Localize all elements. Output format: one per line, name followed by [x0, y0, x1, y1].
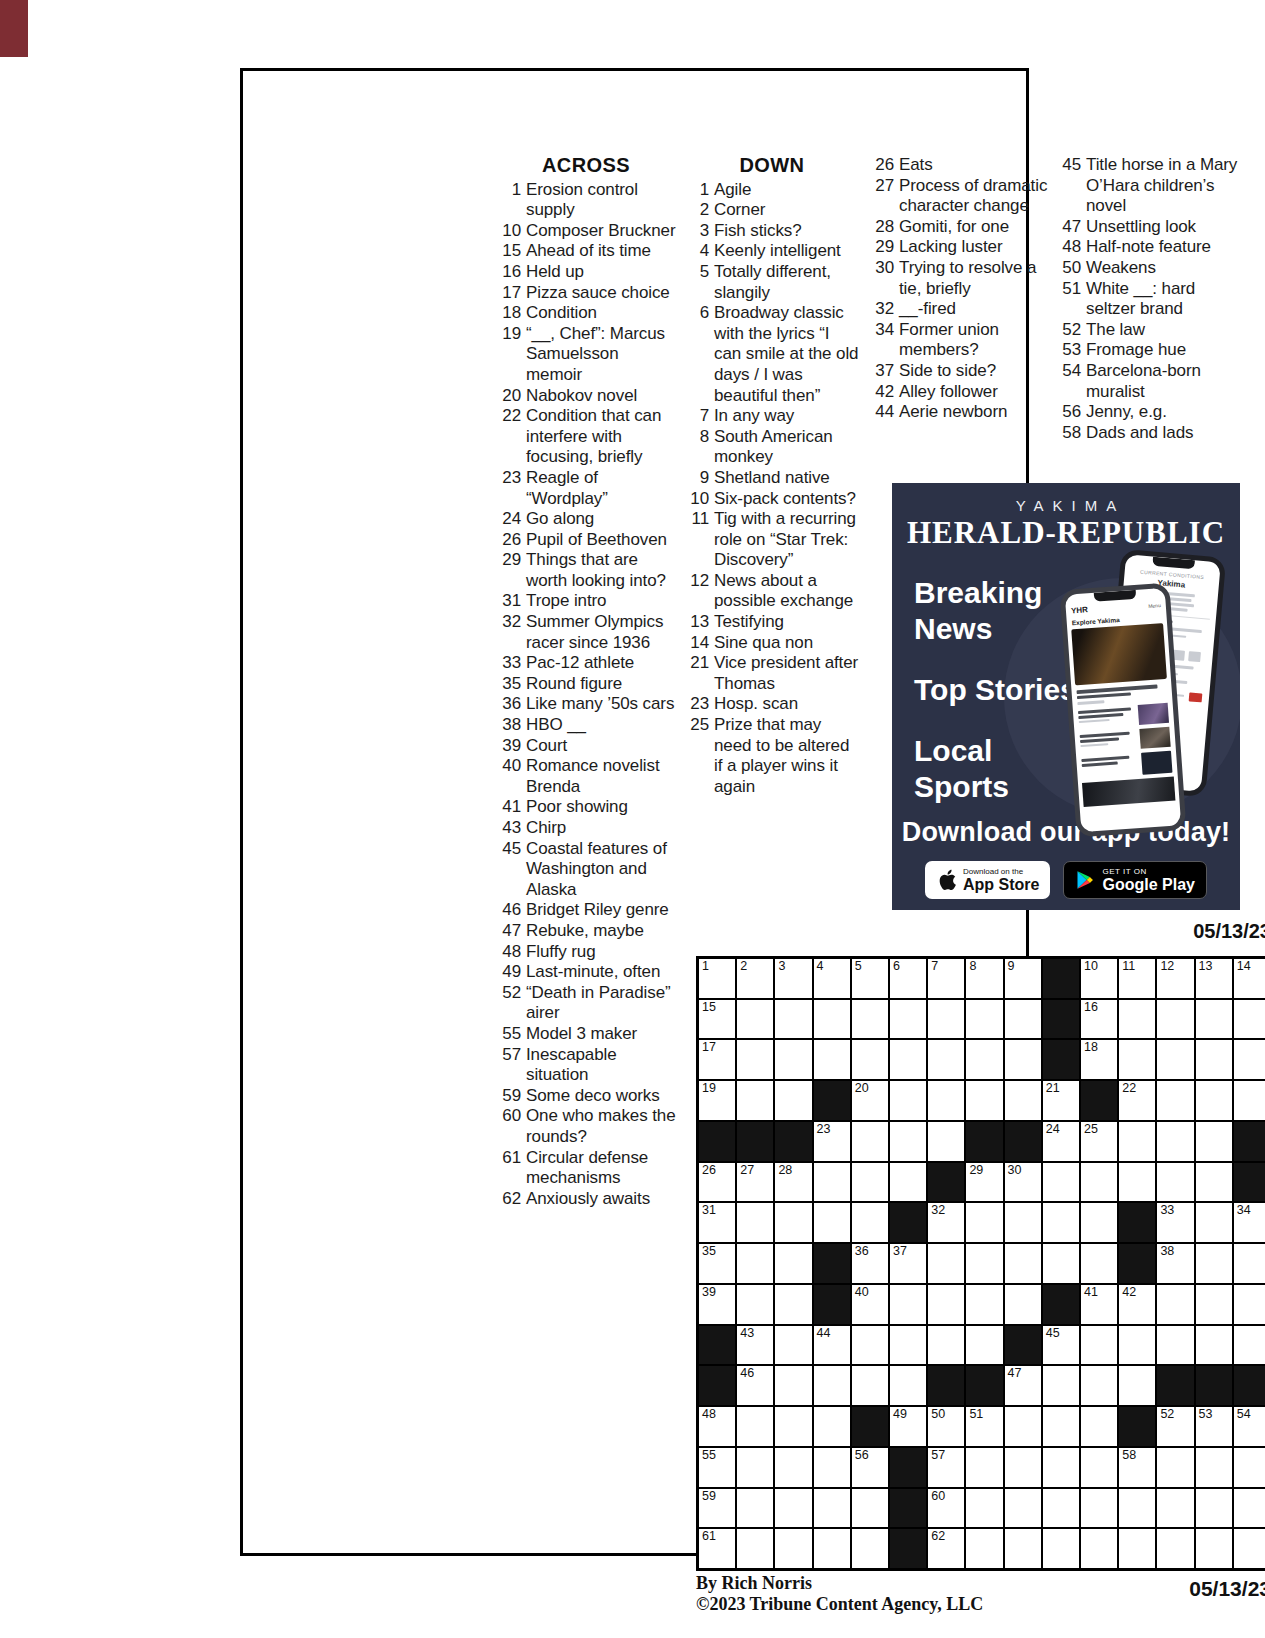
grid-cell: [1234, 1326, 1265, 1365]
clue-number: 28: [868, 217, 899, 238]
grid-cell: [1043, 1489, 1079, 1528]
clue-number: 18: [495, 303, 526, 324]
grid-cell: [814, 1000, 850, 1039]
clue-item: 7In any way: [683, 406, 861, 427]
grid-cell: 4: [814, 959, 850, 998]
grid-black-cell: [699, 1326, 735, 1365]
clue-text: In any way: [714, 406, 861, 427]
grid-cell: 10: [1081, 959, 1117, 998]
grid-cell: 61: [699, 1529, 735, 1568]
grid-cell: 34: [1234, 1203, 1265, 1242]
app-store-badge-line1: Download on the: [963, 867, 1039, 876]
grid-cell: [852, 1163, 888, 1202]
clue-number: 58: [1055, 423, 1086, 444]
clue-item: 36Like many ’50s cars: [495, 694, 677, 715]
clue-text: Ahead of its time: [526, 241, 677, 262]
grid-cell: 33: [1157, 1203, 1193, 1242]
grid-cell-number: 44: [817, 1327, 831, 1340]
grid-cell-number: 35: [702, 1245, 716, 1258]
grid-black-cell: [890, 1489, 926, 1528]
grid-cell: [1119, 1122, 1155, 1161]
grid-black-cell: [966, 1366, 1002, 1405]
clue-item: 34Former union members?: [868, 320, 1048, 361]
clue-text: Vice president after Thomas: [714, 653, 861, 694]
clue-item: 1Agile: [683, 180, 861, 201]
grid-cell: [775, 1203, 811, 1242]
clue-number: 62: [495, 1189, 526, 1210]
grid-cell: [928, 1122, 964, 1161]
grid-cell: [966, 1040, 1002, 1079]
grid-cell: [814, 1407, 850, 1446]
grid-cell: [775, 1040, 811, 1079]
clue-number: 21: [683, 653, 714, 694]
clue-item: 51White __: hard seltzer brand: [1055, 279, 1247, 320]
google-play-badge[interactable]: GET IT ON Google Play: [1063, 861, 1206, 899]
grid-cell: [1157, 1285, 1193, 1324]
grid-cell: [1005, 1448, 1041, 1487]
grid-cell: [814, 1366, 850, 1405]
grid-cell: 36: [852, 1244, 888, 1283]
grid-black-cell: [890, 1448, 926, 1487]
clue-text: Alley follower: [899, 382, 1048, 403]
clue-item: 54Barcelona-born muralist: [1055, 361, 1247, 402]
grid-cell-number: 32: [931, 1204, 945, 1217]
clue-text: Weakens: [1086, 258, 1247, 279]
clue-number: 38: [495, 715, 526, 736]
news-app-logo: YHR: [1071, 605, 1088, 615]
grid-cell: [1043, 1366, 1079, 1405]
grid-cell: 18: [1081, 1040, 1117, 1079]
grid-cell: [1043, 1407, 1079, 1446]
grid-cell: 47: [1005, 1366, 1041, 1405]
grid-cell-number: 49: [893, 1408, 907, 1421]
ad-feature: Breaking News: [914, 575, 1079, 647]
grid-cell-number: 39: [702, 1286, 716, 1299]
page-corner-artifact: [0, 0, 28, 57]
clue-text: One who makes the rounds?: [526, 1106, 677, 1147]
clue-text: Fluffy rug: [526, 942, 677, 963]
grid-black-cell: [814, 1244, 850, 1283]
grid-cell: [1081, 1407, 1117, 1446]
grid-cell: [775, 1529, 811, 1568]
clue-text: Model 3 maker: [526, 1024, 677, 1045]
clue-text: Summer Olympics racer since 1936: [526, 612, 677, 653]
clue-number: 53: [1055, 340, 1086, 361]
clue-text: Circular defense mechanisms: [526, 1148, 677, 1189]
grid-cell: [1196, 1489, 1232, 1528]
grid-cell: 13: [1196, 959, 1232, 998]
grid-cell: [1081, 1244, 1117, 1283]
grid-cell-number: 41: [1084, 1286, 1098, 1299]
clue-number: 23: [683, 694, 714, 715]
clue-number: 1: [495, 180, 526, 221]
grid-cell-number: 7: [931, 960, 938, 973]
grid-cell: 20: [852, 1081, 888, 1120]
clue-item: 31Trope intro: [495, 591, 677, 612]
clue-number: 4: [683, 241, 714, 262]
clue-number: 40: [495, 756, 526, 797]
grid-black-cell: [928, 1366, 964, 1405]
grid-cell: [1196, 1244, 1232, 1283]
news-app-menu: Menu: [1148, 602, 1161, 609]
clue-item: 52“Death in Paradise” airer: [495, 983, 677, 1024]
grid-cell: [814, 1203, 850, 1242]
ad-kicker: YAKIMA: [892, 497, 1240, 514]
clue-item: 13Testifying: [683, 612, 861, 633]
grid-cell: [775, 1285, 811, 1324]
grid-cell: [1157, 1122, 1193, 1161]
grid-cell-number: 56: [855, 1449, 869, 1462]
newspaper-app-ad[interactable]: YAKIMA HERALD-REPUBLIC Breaking NewsTop …: [892, 483, 1240, 910]
grid-black-cell: [775, 1122, 811, 1161]
grid-cell-number: 30: [1008, 1164, 1022, 1177]
grid-cell: [1196, 1081, 1232, 1120]
grid-cell: [1005, 1244, 1041, 1283]
clue-number: 56: [1055, 402, 1086, 423]
grid-cell-number: 11: [1122, 960, 1135, 973]
grid-cell-number: 6: [893, 960, 900, 973]
grid-cell: [1005, 1081, 1041, 1120]
grid-cell: [928, 1326, 964, 1365]
grid-cell-number: 26: [702, 1164, 716, 1177]
clue-text: Pizza sauce choice: [526, 283, 677, 304]
grid-cell: [1234, 1489, 1265, 1528]
clue-number: 52: [495, 983, 526, 1024]
grid-cell: [1081, 1203, 1117, 1242]
grid-cell-number: 52: [1160, 1408, 1174, 1421]
grid-cell-number: 59: [702, 1490, 716, 1503]
clue-item: 23Reagle of “Wordplay”: [495, 468, 677, 509]
grid-cell-number: 28: [778, 1164, 792, 1177]
clue-number: 8: [683, 427, 714, 468]
clue-number: 45: [1055, 155, 1086, 217]
grid-cell: [1196, 1529, 1232, 1568]
grid-cell: [814, 1529, 850, 1568]
grid-cell: [1234, 1244, 1265, 1283]
grid-cell: [1005, 1489, 1041, 1528]
clue-text: “Death in Paradise” airer: [526, 983, 677, 1024]
grid-cell-number: 29: [969, 1164, 983, 1177]
grid-cell: [890, 1000, 926, 1039]
grid-cell: [1043, 1448, 1079, 1487]
grid-cell: [1005, 1040, 1041, 1079]
clue-number: 14: [683, 633, 714, 654]
clue-number: 24: [495, 509, 526, 530]
grid-cell: [966, 1448, 1002, 1487]
grid-cell: 42: [1119, 1285, 1155, 1324]
grid-cell-number: 40: [855, 1286, 869, 1299]
grid-cell: [1157, 1326, 1193, 1365]
grid-cell: 55: [699, 1448, 735, 1487]
clue-number: 5: [683, 262, 714, 303]
clue-text: Poor showing: [526, 797, 677, 818]
grid-cell: [1005, 1000, 1041, 1039]
clue-text: Prize that may need to be altered if a p…: [714, 715, 861, 797]
grid-black-cell: [699, 1122, 735, 1161]
grid-black-cell: [1081, 1081, 1117, 1120]
clue-text: Erosion control supply: [526, 180, 677, 221]
clue-item: 15Ahead of its time: [495, 241, 677, 262]
clue-text: Inescapable situation: [526, 1045, 677, 1086]
grid-black-cell: [890, 1203, 926, 1242]
grid-cell: 6: [890, 959, 926, 998]
clue-number: 50: [1055, 258, 1086, 279]
ad-feature: Local Sports: [914, 733, 1079, 805]
clue-item: 28Gomiti, for one: [868, 217, 1048, 238]
grid-cell: 58: [1119, 1448, 1155, 1487]
grid-cell: [775, 1448, 811, 1487]
grid-cell: [1119, 1000, 1155, 1039]
grid-cell: [1196, 1163, 1232, 1202]
down-header: DOWN: [683, 155, 861, 176]
clue-text: Held up: [526, 262, 677, 283]
grid-cell: 21: [1043, 1081, 1079, 1120]
clue-item: 45Title horse in a Mary O’Hara children’…: [1055, 155, 1247, 217]
clue-number: 57: [495, 1045, 526, 1086]
clue-item: 39Court: [495, 736, 677, 757]
clue-number: 48: [495, 942, 526, 963]
clue-text: Pac-12 athlete: [526, 653, 677, 674]
grid-cell-number: 14: [1237, 960, 1251, 973]
grid-cell: [852, 1203, 888, 1242]
grid-cell: 50: [928, 1407, 964, 1446]
news-photo: [1071, 623, 1167, 685]
grid-cell: [1119, 1529, 1155, 1568]
grid-cell: 59: [699, 1489, 735, 1528]
clue-item: 11Tig with a recurring role on “Star Tre…: [683, 509, 861, 571]
down-clue-list-3: 45Title horse in a Mary O’Hara children’…: [1055, 155, 1247, 443]
grid-cell: [737, 1529, 773, 1568]
across-header: ACROSS: [495, 155, 677, 176]
grid-cell: [1234, 1285, 1265, 1324]
grid-cell: [1119, 1326, 1155, 1365]
grid-cell: 24: [1043, 1122, 1079, 1161]
clue-text: Jenny, e.g.: [1086, 402, 1247, 423]
grid-cell: [852, 1529, 888, 1568]
clue-item: 32__-fired: [868, 299, 1048, 320]
grid-cell: [890, 1366, 926, 1405]
clue-text: Like many ’50s cars: [526, 694, 677, 715]
grid-cell: [1196, 1203, 1232, 1242]
grid-cell: 44: [814, 1326, 850, 1365]
clue-number: 25: [683, 715, 714, 797]
grid-cell-number: 42: [1122, 1286, 1136, 1299]
grid-cell: [852, 1366, 888, 1405]
clue-item: 10Composer Bruckner: [495, 221, 677, 242]
clue-text: Things that are worth looking into?: [526, 550, 677, 591]
ad-cta: Download our app today!: [892, 817, 1240, 848]
clue-number: 26: [868, 155, 899, 176]
grid-cell-number: 17: [702, 1041, 716, 1054]
grid-cell: [1157, 1489, 1193, 1528]
grid-cell: [1234, 1000, 1265, 1039]
grid-cell: [1081, 1326, 1117, 1365]
grid-cell-number: 22: [1122, 1082, 1136, 1095]
clue-number: 31: [495, 591, 526, 612]
grid-cell: 9: [1005, 959, 1041, 998]
grid-cell: 14: [1234, 959, 1265, 998]
clue-text: South American monkey: [714, 427, 861, 468]
clue-text: Bridget Riley genre: [526, 900, 677, 921]
grid-cell: [1157, 1448, 1193, 1487]
clue-text: Testifying: [714, 612, 861, 633]
clue-item: 8South American monkey: [683, 427, 861, 468]
grid-cell: [1157, 1000, 1193, 1039]
clue-number: 30: [868, 258, 899, 299]
clue-number: 22: [495, 406, 526, 468]
app-store-badge[interactable]: Download on the App Store: [925, 861, 1050, 899]
clue-item: 12News about a possible exchange: [683, 571, 861, 612]
grid-cell: [852, 1000, 888, 1039]
grid-black-cell: [1119, 1203, 1155, 1242]
grid-cell-number: 53: [1199, 1408, 1213, 1421]
grid-cell-number: 50: [931, 1408, 945, 1421]
clue-number: 6: [683, 303, 714, 406]
grid-cell-number: 10: [1084, 960, 1098, 973]
grid-black-cell: [890, 1529, 926, 1568]
grid-cell: [775, 1407, 811, 1446]
clue-number: 47: [495, 921, 526, 942]
clue-number: 42: [868, 382, 899, 403]
grid-cell: 40: [852, 1285, 888, 1324]
clue-number: 47: [1055, 217, 1086, 238]
clue-number: 34: [868, 320, 899, 361]
grid-cell-number: 45: [1046, 1327, 1060, 1340]
grid-cell: [814, 1040, 850, 1079]
grid-cell: 41: [1081, 1285, 1117, 1324]
clue-number: 32: [868, 299, 899, 320]
clue-text: Trope intro: [526, 591, 677, 612]
grid-cell: [737, 1081, 773, 1120]
grid-black-cell: [1234, 1366, 1265, 1405]
clue-text: White __: hard seltzer brand: [1086, 279, 1247, 320]
clue-number: 61: [495, 1148, 526, 1189]
clue-number: 59: [495, 1086, 526, 1107]
grid-cell: [890, 1326, 926, 1365]
clue-number: 32: [495, 612, 526, 653]
clue-item: 16Held up: [495, 262, 677, 283]
clue-item: 29Things that are worth looking into?: [495, 550, 677, 591]
ad-feature-list: Breaking NewsTop StoriesLocal Sports: [914, 575, 1079, 830]
app-store-badge-line2: App Store: [963, 876, 1039, 893]
clue-number: 3: [683, 221, 714, 242]
clue-item: 48Half-note feature: [1055, 237, 1247, 258]
grid-cell: [737, 1203, 773, 1242]
grid-cell-number: 27: [740, 1164, 754, 1177]
clue-number: 36: [495, 694, 526, 715]
clue-text: Corner: [714, 200, 861, 221]
down-clue-list-2: 26Eats27Process of dramatic character ch…: [868, 155, 1048, 423]
grid-cell-number: 46: [740, 1367, 754, 1380]
clue-item: 56Jenny, e.g.: [1055, 402, 1247, 423]
grid-cell: 37: [890, 1244, 926, 1283]
clue-number: 55: [495, 1024, 526, 1045]
clue-number: 10: [683, 489, 714, 510]
clue-text: Round figure: [526, 674, 677, 695]
clue-text: Some deco works: [526, 1086, 677, 1107]
clue-number: 29: [495, 550, 526, 591]
clue-item: 44Aerie newborn: [868, 402, 1048, 423]
grid-cell: [1196, 1040, 1232, 1079]
grid-cell: [737, 1407, 773, 1446]
clue-text: Title horse in a Mary O’Hara children’s …: [1086, 155, 1247, 217]
grid-cell-number: 55: [702, 1449, 716, 1462]
clue-item: 27Process of dramatic character change: [868, 176, 1048, 217]
clue-item: 48Fluffy rug: [495, 942, 677, 963]
clue-number: 23: [495, 468, 526, 509]
clue-number: 17: [495, 283, 526, 304]
grid-cell: [966, 1326, 1002, 1365]
clue-item: 41Poor showing: [495, 797, 677, 818]
grid-cell: [966, 1203, 1002, 1242]
clue-item: 49Last-minute, often: [495, 962, 677, 983]
clue-number: 51: [1055, 279, 1086, 320]
clue-number: 15: [495, 241, 526, 262]
down-clue-column-3: 45Title horse in a Mary O’Hara children’…: [1055, 155, 1247, 443]
clue-text: Totally different, slangily: [714, 262, 861, 303]
clue-text: Lacking luster: [899, 237, 1048, 258]
grid-cell: [1081, 1448, 1117, 1487]
grid-cell: [928, 1081, 964, 1120]
grid-cell: [1234, 1040, 1265, 1079]
grid-cell: 45: [1043, 1326, 1079, 1365]
grid-cell: [966, 1000, 1002, 1039]
grid-cell: 54: [1234, 1407, 1265, 1446]
grid-cell: [1081, 1366, 1117, 1405]
clue-text: Coastal features of Washington and Alask…: [526, 839, 677, 901]
clue-item: 6Broadway classic with the lyrics “I can…: [683, 303, 861, 406]
clue-number: 35: [495, 674, 526, 695]
clue-text: Barcelona-born muralist: [1086, 361, 1247, 402]
grid-cell-number: 5: [855, 960, 862, 973]
clue-text: __-fired: [899, 299, 1048, 320]
clue-item: 32Summer Olympics racer since 1936: [495, 612, 677, 653]
grid-cell: 49: [890, 1407, 926, 1446]
grid-cell-number: 12: [1160, 960, 1174, 973]
clue-item: 4Keenly intelligent: [683, 241, 861, 262]
grid-cell-number: 57: [931, 1449, 945, 1462]
clue-item: 46Bridget Riley genre: [495, 900, 677, 921]
grid-cell: [890, 1285, 926, 1324]
grid-black-cell: [1196, 1366, 1232, 1405]
clue-item: 25Prize that may need to be altered if a…: [683, 715, 861, 797]
across-clue-column: ACROSS 1Erosion control supply10Composer…: [495, 155, 677, 1209]
grid-cell: [852, 1040, 888, 1079]
grid-cell-number: 3: [778, 960, 785, 973]
clue-number: 52: [1055, 320, 1086, 341]
grid-cell: 35: [699, 1244, 735, 1283]
grid-cell-number: 62: [931, 1530, 945, 1543]
grid-cell: [966, 1529, 1002, 1568]
grid-cell: 62: [928, 1529, 964, 1568]
grid-black-cell: [1043, 1000, 1079, 1039]
clue-text: Tig with a recurring role on “Star Trek:…: [714, 509, 861, 571]
grid-black-cell: [928, 1163, 964, 1202]
down-clue-column-1: DOWN 1Agile2Corner3Fish sticks?4Keenly i…: [683, 155, 861, 797]
grid-black-cell: [1119, 1407, 1155, 1446]
clue-item: 58Dads and lads: [1055, 423, 1247, 444]
grid-cell-number: 24: [1046, 1123, 1060, 1136]
grid-cell: 23: [814, 1122, 850, 1161]
grid-cell-number: 51: [969, 1408, 983, 1421]
grid-cell: [1043, 1244, 1079, 1283]
clue-item: 47Unsettling look: [1055, 217, 1247, 238]
grid-cell: 30: [1005, 1163, 1041, 1202]
grid-cell: [966, 1244, 1002, 1283]
grid-cell: [1234, 1081, 1265, 1120]
clue-text: News about a possible exchange: [714, 571, 861, 612]
clue-number: 2: [683, 200, 714, 221]
